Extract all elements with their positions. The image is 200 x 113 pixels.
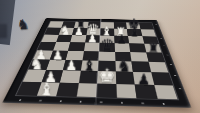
square-b6 [56,35,72,43]
square-g2: ♟ [133,72,154,85]
square-g6 [128,36,144,44]
square-c3: ♟ [63,60,82,71]
square-c7: ♟ [72,28,87,35]
square-h3 [148,62,168,73]
background-object-small [0,24,7,38]
square-d3: ♝ [80,60,98,71]
square-c1 [56,83,78,97]
square-f1 [116,84,137,98]
square-h4 [146,53,165,63]
square-e1 [96,84,116,98]
square-b1: ♝ [36,82,59,96]
square-f6: ♟ [114,36,129,44]
white-bishop-b1: ♝ [38,80,54,98]
square-e2: ♚ [97,71,116,84]
square-f5 [114,43,130,52]
square-e4 [98,52,115,62]
square-f2 [115,71,134,84]
chess-photo: ♞ ♜♚♞♟♛♝♜♝♟♟♛♜♟♟♞♟♝♞♟♚♟♝ [0,0,200,113]
background-object [0,0,16,45]
square-f3: ♞ [115,61,133,72]
square-g7: ♝ [127,29,142,36]
square-c5 [68,42,85,51]
square-d1 [76,83,97,97]
square-h5: ♜ [144,44,162,53]
square-h1 [154,85,178,99]
captured-black-knight: ♞ [17,17,31,32]
square-e5: ♛ [99,43,115,52]
square-h2 [151,72,173,85]
square-c2 [60,70,81,83]
chess-board: ♜♚♞♟♛♝♜♝♟♟♛♜♟♟♞♟♝♞♟♚♟♝ [2,18,191,108]
